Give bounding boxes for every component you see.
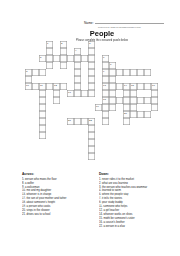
- grid-cell-blank: [67, 111, 74, 118]
- grid-cell-blank: [116, 104, 123, 111]
- grid-cell-blank: [151, 125, 158, 132]
- grid-cell-blank: [151, 62, 158, 69]
- grid-cell-blank: [60, 132, 67, 139]
- grid-cell-blank: [151, 153, 158, 160]
- grid-cell-blank: [123, 132, 130, 139]
- clue-line: 10. me and my daughter: [22, 189, 96, 192]
- grid-cell-blank: [151, 41, 158, 48]
- grid-cell[interactable]: [67, 55, 74, 62]
- grid-cell-blank: [39, 139, 46, 146]
- grid-cell[interactable]: [46, 55, 53, 62]
- grid-cell[interactable]: [88, 139, 95, 146]
- grid-cell-blank: [32, 146, 39, 153]
- grid-cell[interactable]: 13: [102, 83, 109, 90]
- grid-cell[interactable]: [88, 69, 95, 76]
- grid-cell-blank: [67, 83, 74, 90]
- grid-cell-blank: [60, 111, 67, 118]
- grid-cell-blank: [102, 48, 109, 55]
- grid-cell-blank: [32, 153, 39, 160]
- grid-cell-blank: [123, 76, 130, 83]
- grid-cell-blank: [74, 139, 81, 146]
- grid-cell-blank: [74, 153, 81, 160]
- grid-cell-blank: [46, 90, 53, 97]
- grid-cell-blank: [39, 76, 46, 83]
- grid-cell[interactable]: [130, 104, 137, 111]
- grid-cell[interactable]: [130, 97, 137, 104]
- grid-cell-blank: [81, 76, 88, 83]
- grid-cell-blank: [67, 62, 74, 69]
- grid-cell[interactable]: 9: [102, 69, 109, 76]
- grid-cell[interactable]: [123, 118, 130, 125]
- clue-line: 6. where the people stay: [99, 193, 175, 196]
- grid-cell-blank: [60, 118, 67, 125]
- grid-cell[interactable]: [39, 132, 46, 139]
- grid-cell-blank: [60, 139, 67, 146]
- grid-cell-blank: [53, 41, 60, 48]
- grid-cell-blank: [109, 55, 116, 62]
- grid-cell[interactable]: [88, 62, 95, 69]
- page-title: People: [12, 29, 180, 38]
- grid-cell[interactable]: [81, 55, 88, 62]
- grid-cell-blank: [123, 125, 130, 132]
- grid-cell-blank: [32, 55, 39, 62]
- grid-cell[interactable]: 6: [102, 55, 109, 62]
- grid-cell-blank: [81, 139, 88, 146]
- grid-cell[interactable]: [32, 69, 39, 76]
- clue-number: 10: [26, 84, 29, 87]
- grid-cell[interactable]: [46, 48, 53, 55]
- grid-cell-blank: [46, 97, 53, 104]
- grid-cell[interactable]: [109, 104, 116, 111]
- grid-cell-blank: [81, 146, 88, 153]
- grid-cell-blank: [95, 83, 102, 90]
- grid-cell-blank: [88, 104, 95, 111]
- clue-number: 15: [131, 84, 134, 87]
- grid-cell-blank: [60, 153, 67, 160]
- grid-cell-blank: [102, 132, 109, 139]
- grid-cell[interactable]: 15: [130, 83, 137, 90]
- grid-cell[interactable]: [123, 90, 130, 97]
- grid-cell-blank: [137, 153, 144, 160]
- grid-cell-blank: [67, 132, 74, 139]
- grid-cell-blank: [144, 146, 151, 153]
- grid-cell-blank: [109, 41, 116, 48]
- grid-cell[interactable]: [88, 132, 95, 139]
- grid-cell-blank: [32, 62, 39, 69]
- grid-cell[interactable]: [88, 76, 95, 83]
- grid-cell-blank: [25, 55, 32, 62]
- grid-cell-blank: [130, 76, 137, 83]
- grid-cell-blank: [151, 118, 158, 125]
- grid-cell[interactable]: [74, 83, 81, 90]
- grid-cell-blank: [32, 118, 39, 125]
- grid-cell-blank: [109, 111, 116, 118]
- grid-cell-blank: [137, 104, 144, 111]
- grid-cell-blank: [88, 111, 95, 118]
- grid-cell-blank: [25, 97, 32, 104]
- grid-cell-blank: [81, 132, 88, 139]
- grid-cell-blank: [53, 69, 60, 76]
- grid-cell[interactable]: [137, 69, 144, 76]
- grid-cell[interactable]: 7: [109, 62, 116, 69]
- grid-cell-blank: [32, 104, 39, 111]
- clue-number: 14: [124, 84, 127, 87]
- grid-cell-blank: [95, 132, 102, 139]
- grid-cell[interactable]: 19: [95, 104, 102, 111]
- grid-cell[interactable]: [88, 146, 95, 153]
- grid-cell[interactable]: [102, 104, 109, 111]
- grid-cell-blank: [53, 111, 60, 118]
- down-list: 1. never rides it to the market2. what a…: [99, 177, 175, 227]
- grid-cell[interactable]: [144, 69, 151, 76]
- grid-cell-blank: [67, 153, 74, 160]
- clue-line: 11. someone who helps: [99, 204, 175, 207]
- grid-cell[interactable]: [123, 69, 130, 76]
- clue-line: 4. learned to swim: [99, 189, 175, 192]
- grid-cell-blank: [39, 48, 46, 55]
- clue-number: 2: [61, 42, 62, 45]
- grid-cell-blank: [123, 48, 130, 55]
- grid-cell[interactable]: [53, 90, 60, 97]
- grid-cell-blank: [25, 48, 32, 55]
- grid-cell[interactable]: [46, 83, 53, 90]
- grid-cell-blank: [39, 62, 46, 69]
- grid-cell-blank: [81, 48, 88, 55]
- grid-cell-blank: [137, 118, 144, 125]
- grid-cell-blank: [81, 69, 88, 76]
- grid-cell-blank: [32, 48, 39, 55]
- clue-line: 21. drives you to school: [22, 212, 96, 215]
- grid-cell[interactable]: [39, 118, 46, 125]
- grid-cell-blank: [123, 62, 130, 69]
- clue-number: 17: [68, 91, 71, 94]
- grid-cell-blank: [95, 118, 102, 125]
- clue-line: 13. whoever is in charge: [22, 193, 96, 196]
- grid-cell[interactable]: [74, 118, 81, 125]
- grid-cell-blank: [74, 97, 81, 104]
- grid-cell-blank: [81, 125, 88, 132]
- grid-cell[interactable]: [102, 111, 109, 118]
- grid-cell-blank: [60, 69, 67, 76]
- grid-cell-blank: [53, 153, 60, 160]
- grid-cell-blank: [116, 146, 123, 153]
- grid-cell-blank: [32, 41, 39, 48]
- grid-cell-blank: [116, 118, 123, 125]
- grid-cell-blank: [46, 153, 53, 160]
- clue-number: 12: [54, 84, 57, 87]
- grid-cell[interactable]: [102, 62, 109, 69]
- grid-cell[interactable]: 18: [102, 97, 109, 104]
- grid-cell[interactable]: [109, 90, 116, 97]
- grid-cell[interactable]: [151, 90, 158, 97]
- grid-cell-blank: [53, 125, 60, 132]
- grid-cell-blank: [32, 111, 39, 118]
- grid-cell[interactable]: 10: [25, 83, 32, 90]
- grid-cell-blank: [95, 69, 102, 76]
- grid-cell-blank: [67, 139, 74, 146]
- name-label: Name:: [84, 21, 94, 25]
- grid-cell-blank: [109, 125, 116, 132]
- grid-cell-blank: [130, 62, 137, 69]
- grid-cell[interactable]: [88, 55, 95, 62]
- grid-cell[interactable]: [32, 83, 39, 90]
- grid-cell[interactable]: [81, 118, 88, 125]
- grid-cell-blank: [116, 76, 123, 83]
- grid-cell[interactable]: [102, 90, 109, 97]
- clue-line: 22. a person in a play: [99, 224, 175, 227]
- grid-cell-blank: [151, 76, 158, 83]
- across-clues: Across: 5. person who mops the floor8. a…: [22, 172, 96, 216]
- grid-cell[interactable]: 8: [25, 69, 32, 76]
- grid-cell-blank: [95, 97, 102, 104]
- grid-cell-blank: [144, 104, 151, 111]
- name-field[interactable]: [95, 20, 164, 24]
- grid-cell[interactable]: [116, 69, 123, 76]
- grid-cell-blank: [32, 132, 39, 139]
- grid-cell-blank: [46, 125, 53, 132]
- grid-cell-blank: [32, 97, 39, 104]
- grid-cell-blank: [144, 62, 151, 69]
- grid-cell-blank: [53, 139, 60, 146]
- grid-cell-blank: [53, 104, 60, 111]
- grid-cell-blank: [53, 76, 60, 83]
- grid-cell-blank: [74, 41, 81, 48]
- grid-cell[interactable]: [137, 111, 144, 118]
- grid-cell-blank: [116, 41, 123, 48]
- grid-cell-blank: [46, 132, 53, 139]
- grid-cell-blank: [74, 132, 81, 139]
- grid-cell[interactable]: 22: [88, 118, 95, 125]
- grid-cell[interactable]: 1: [46, 41, 53, 48]
- grid-cell-blank: [144, 76, 151, 83]
- grid-cell[interactable]: [151, 97, 158, 104]
- grid-cell[interactable]: [74, 69, 81, 76]
- grid-cell[interactable]: [109, 83, 116, 90]
- grid-cell[interactable]: [137, 97, 144, 104]
- clue-number: 21: [68, 119, 71, 122]
- grid-cell-blank: [81, 104, 88, 111]
- grid-cell-blank: [151, 132, 158, 139]
- grid-cell[interactable]: 16: [151, 83, 158, 90]
- grid-cell-blank: [102, 125, 109, 132]
- grid-cell-blank: [144, 90, 151, 97]
- grid-cell-blank: [25, 41, 32, 48]
- grid-cell-blank: [102, 146, 109, 153]
- grid-cell-blank: [123, 55, 130, 62]
- grid-cell-blank: [109, 132, 116, 139]
- down-clues: Down: 1. never rides it to the market2. …: [99, 172, 175, 228]
- clue-number: 16: [152, 84, 155, 87]
- grid-cell[interactable]: [39, 104, 46, 111]
- grid-cell-blank: [60, 97, 67, 104]
- grid-cell-blank: [130, 118, 137, 125]
- grid-cell[interactable]: [137, 83, 144, 90]
- grid-cell[interactable]: [88, 83, 95, 90]
- grid-cell[interactable]: [130, 111, 137, 118]
- grid-cell[interactable]: [109, 97, 116, 104]
- grid-cell-blank: [137, 55, 144, 62]
- grid-cell-blank: [74, 125, 81, 132]
- grid-cell-blank: [137, 90, 144, 97]
- clue-number: 6: [103, 56, 104, 59]
- grid-cell-blank: [116, 125, 123, 132]
- grid-cell-blank: [130, 125, 137, 132]
- grid-cell[interactable]: 4: [74, 48, 81, 55]
- grid-cell-blank: [95, 55, 102, 62]
- grid-cell-blank: [39, 153, 46, 160]
- grid-cell-blank: [123, 41, 130, 48]
- grid-cell[interactable]: [60, 83, 67, 90]
- grid-cell[interactable]: [46, 62, 53, 69]
- grid-cell-blank: [81, 111, 88, 118]
- grid-cell[interactable]: [102, 76, 109, 83]
- grid-cell[interactable]: [53, 55, 60, 62]
- grid-cell[interactable]: [144, 111, 151, 118]
- grid-cell[interactable]: [39, 90, 46, 97]
- grid-cell[interactable]: 14: [123, 83, 130, 90]
- grid-cell[interactable]: [60, 62, 67, 69]
- grid-cell[interactable]: [88, 153, 95, 160]
- grid-cell-blank: [137, 48, 144, 55]
- clue-line: 2. what are you learning: [99, 181, 175, 184]
- grid-cell[interactable]: [39, 125, 46, 132]
- grid-cell-blank: [116, 48, 123, 55]
- grid-cell-blank: [81, 41, 88, 48]
- grid-cell-blank: [25, 104, 32, 111]
- grid-cell[interactable]: [25, 76, 32, 83]
- grid-cell[interactable]: [109, 69, 116, 76]
- grid-cell-blank: [144, 153, 151, 160]
- grid-cell-blank: [81, 97, 88, 104]
- clue-number: 22: [89, 119, 92, 122]
- grid-cell[interactable]: 17: [67, 90, 74, 97]
- grid-cell-blank: [116, 111, 123, 118]
- grid-cell[interactable]: [130, 69, 137, 76]
- grid-cell[interactable]: [88, 125, 95, 132]
- grid-cell-blank: [109, 139, 116, 146]
- grid-cell-blank: [123, 153, 130, 160]
- grid-cell-blank: [25, 146, 32, 153]
- grid-cell[interactable]: [39, 69, 46, 76]
- across-header: Across:: [22, 172, 96, 176]
- grid-cell-blank: [95, 90, 102, 97]
- grid-cell-blank: [95, 76, 102, 83]
- grid-cell-blank: [53, 146, 60, 153]
- grid-cell-blank: [123, 146, 130, 153]
- grid-cell[interactable]: [39, 97, 46, 104]
- grid-cell-blank: [25, 111, 32, 118]
- clue-line: 8. your study buddy: [99, 200, 175, 203]
- grid-cell-blank: [137, 41, 144, 48]
- grid-cell-blank: [67, 69, 74, 76]
- grid-cell[interactable]: [151, 104, 158, 111]
- grid-cell[interactable]: 21: [67, 118, 74, 125]
- grid-cell[interactable]: [144, 83, 151, 90]
- grid-cell-blank: [53, 118, 60, 125]
- grid-cell[interactable]: [88, 90, 95, 97]
- grid-cell[interactable]: 12: [53, 83, 60, 90]
- grid-cell[interactable]: [116, 83, 123, 90]
- grid-cell[interactable]: [74, 90, 81, 97]
- grid-cell[interactable]: 2: [60, 41, 67, 48]
- grid-cell-blank: [95, 111, 102, 118]
- grid-cell[interactable]: [123, 104, 130, 111]
- clue-line: 19. a person who cooks: [22, 204, 96, 207]
- grid-cell[interactable]: 11: [39, 83, 46, 90]
- clue-number: 19: [96, 105, 99, 108]
- grid-cell[interactable]: [74, 55, 81, 62]
- grid-cell[interactable]: 3: [88, 41, 95, 48]
- grid-cell[interactable]: [130, 90, 137, 97]
- grid-cell-blank: [95, 146, 102, 153]
- grid-cell-blank: [130, 132, 137, 139]
- grid-cell[interactable]: [74, 62, 81, 69]
- grid-cell-blank: [109, 153, 116, 160]
- grid-cell-blank: [144, 125, 151, 132]
- grid-cell[interactable]: [60, 55, 67, 62]
- grid-cell-blank: [151, 48, 158, 55]
- grid-cell-blank: [144, 55, 151, 62]
- grid-cell-blank: [151, 69, 158, 76]
- clue-line: 16. a cousin's brother: [99, 220, 175, 223]
- grid-cell-blank: [95, 125, 102, 132]
- clue-line: 3. the person who teaches you grammar: [99, 185, 175, 188]
- grid-cell[interactable]: [39, 111, 46, 118]
- clue-line: 17. the son of your mother and father: [22, 196, 96, 199]
- name-row: Name:: [84, 20, 164, 24]
- grid-cell[interactable]: [74, 76, 81, 83]
- grid-cell[interactable]: [109, 76, 116, 83]
- grid-cell[interactable]: [60, 48, 67, 55]
- grid-cell-blank: [109, 146, 116, 153]
- grid-cell[interactable]: 5: [39, 55, 46, 62]
- grid-cell[interactable]: [88, 48, 95, 55]
- grid-cell-blank: [46, 111, 53, 118]
- clue-line: 7. it tells the stories: [99, 196, 175, 199]
- grid-cell-blank: [60, 90, 67, 97]
- grid-cell-blank: [46, 76, 53, 83]
- grid-cell-blank: [39, 146, 46, 153]
- grid-cell-blank: [102, 153, 109, 160]
- grid-cell[interactable]: [53, 97, 60, 104]
- clue-line: 1. never rides it to the market: [99, 177, 175, 180]
- grid-cell-blank: [81, 62, 88, 69]
- grid-cell-blank: [137, 125, 144, 132]
- grid-cell[interactable]: [102, 118, 109, 125]
- grid-cell[interactable]: [81, 90, 88, 97]
- clue-number: 8: [26, 70, 27, 73]
- grid-cell-blank: [130, 41, 137, 48]
- grid-cell[interactable]: [144, 97, 151, 104]
- clue-number: 11: [40, 84, 43, 87]
- grid-cell-blank: [25, 125, 32, 132]
- grid-cell-blank: [32, 125, 39, 132]
- grid-cell-blank: [46, 146, 53, 153]
- grid-cell[interactable]: [123, 97, 130, 104]
- grid-cell-blank: [137, 139, 144, 146]
- clue-number: 4: [75, 49, 76, 52]
- grid-cell[interactable]: 20: [123, 111, 130, 118]
- clue-line: 12. a girl teacher: [99, 208, 175, 211]
- grid-cell-blank: [116, 153, 123, 160]
- grid-cell[interactable]: [116, 97, 123, 104]
- clue-line: 9. a policeman: [22, 185, 96, 188]
- grid-cell-blank: [95, 153, 102, 160]
- grid-cell-blank: [130, 139, 137, 146]
- grid-cell-blank: [144, 132, 151, 139]
- grid-cell-blank: [74, 104, 81, 111]
- grid-cell-blank: [60, 76, 67, 83]
